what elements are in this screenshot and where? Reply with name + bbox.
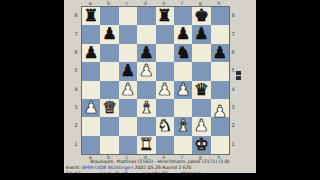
black-pawn-d6: ♟ <box>139 44 154 62</box>
square-f3 <box>174 99 192 117</box>
square-c1 <box>119 136 137 154</box>
square-g5 <box>192 62 210 80</box>
square-h1 <box>211 136 229 154</box>
square-f5 <box>174 62 192 80</box>
square-c7 <box>119 25 137 43</box>
square-b2 <box>100 117 118 135</box>
square-b7: ♟ <box>100 25 118 43</box>
move-line: 64. h3 next: e8..g8 Length: 87 Material:… <box>64 172 256 177</box>
square-c3 <box>119 99 137 117</box>
rank-label-8: 8 <box>230 6 236 24</box>
rank-label-8: 8 <box>73 6 79 24</box>
square-a1 <box>82 136 100 154</box>
square-f8 <box>174 7 192 25</box>
white-rook-d1: ♜ <box>139 136 154 154</box>
rank-labels-left: 87654321 <box>73 6 79 153</box>
square-d6: ♟ <box>137 44 155 62</box>
square-a6: ♟ <box>82 44 100 62</box>
square-h6: ♟ <box>211 44 229 62</box>
black-pawn-b7: ♟ <box>102 25 117 43</box>
square-e1 <box>156 136 174 154</box>
square-a4 <box>82 81 100 99</box>
square-a5 <box>82 62 100 80</box>
watermark-block-icon <box>236 76 241 80</box>
rank-label-7: 7 <box>73 24 79 42</box>
square-g8: ♚ <box>192 7 210 25</box>
next-move: next: e8..g8 <box>100 172 128 177</box>
square-e4: ♟ <box>156 81 174 99</box>
rank-label-1: 1 <box>73 135 79 153</box>
rank-label-1: 1 <box>230 135 236 153</box>
rank-label-4: 4 <box>73 80 79 98</box>
square-g6 <box>192 44 210 62</box>
square-d7 <box>137 25 155 43</box>
black-king-g8: ♚ <box>194 7 209 25</box>
square-g7: ♟ <box>192 25 210 43</box>
black-queen-g4: ♛ <box>194 81 209 99</box>
black-pawn-f7: ♟ <box>176 25 191 43</box>
watermark-block-icon <box>236 71 241 75</box>
square-c2 <box>119 117 137 135</box>
square-h3: ♟ <box>211 99 229 117</box>
square-b5 <box>100 62 118 80</box>
black-pawn-h6: ♟ <box>212 44 227 62</box>
material-balance: Material: = <box>181 172 207 177</box>
rank-label-2: 2 <box>230 116 236 134</box>
rank-label-3: 3 <box>73 98 79 116</box>
caption-area: Blaubaum, Matthias (2162) - Hirschmann, … <box>64 159 256 177</box>
square-d3: ♝ <box>137 99 155 117</box>
white-pawn-f4: ♟ <box>176 81 191 99</box>
right-edge-watermark <box>236 71 242 83</box>
square-h5 <box>211 62 229 80</box>
square-e6 <box>156 44 174 62</box>
square-a3: ♟ <box>82 99 100 117</box>
white-pawn-e4: ♟ <box>157 81 172 99</box>
chess-board: ♜♜♚♟♟♟♟♟♞♟♟♟♟♟♟♛♟♛♝♟♞♝♟♜♚ <box>81 6 230 155</box>
square-b8 <box>100 7 118 25</box>
black-rook-e8: ♜ <box>157 7 172 25</box>
square-e8: ♜ <box>156 7 174 25</box>
square-b1 <box>100 136 118 154</box>
white-pawn-c4: ♟ <box>121 81 136 99</box>
square-e7 <box>156 25 174 43</box>
rank-label-3: 3 <box>230 98 236 116</box>
square-h4 <box>211 81 229 99</box>
square-c4: ♟ <box>119 81 137 99</box>
black-rook-a8: ♜ <box>84 7 99 25</box>
event-details: 2007.05.26 Round 2 E20 <box>135 165 192 170</box>
square-h8 <box>211 7 229 25</box>
rank-label-6: 6 <box>230 43 236 61</box>
white-bishop-f2: ♝ <box>176 117 191 135</box>
square-d4 <box>137 81 155 99</box>
event-name: BMM-LV08 Württingen <box>82 165 133 170</box>
white-queen-b3: ♛ <box>102 99 117 117</box>
square-b3: ♛ <box>100 99 118 117</box>
video-frame: abcdefgh abcdefgh 87654321 87654321 ♜♜♚♟… <box>0 0 320 180</box>
square-f2: ♝ <box>174 117 192 135</box>
square-c6 <box>119 44 137 62</box>
square-g4: ♛ <box>192 81 210 99</box>
rank-label-2: 2 <box>73 116 79 134</box>
rank-label-7: 7 <box>230 24 236 42</box>
white-pawn-a3: ♟ <box>84 99 99 117</box>
square-f4: ♟ <box>174 81 192 99</box>
white-pawn-g2: ♟ <box>194 117 209 135</box>
white-knight-e2: ♞ <box>157 117 172 135</box>
white-bishop-d3: ♝ <box>139 99 154 117</box>
square-d8 <box>137 7 155 25</box>
square-h7 <box>211 25 229 43</box>
square-f1 <box>174 136 192 154</box>
letterbox-left <box>0 0 64 180</box>
square-g3 <box>192 99 210 117</box>
square-g1: ♚ <box>192 136 210 154</box>
rank-label-6: 6 <box>73 43 79 61</box>
letterbox-right <box>256 0 320 180</box>
black-pawn-a6: ♟ <box>84 44 99 62</box>
square-a8: ♜ <box>82 7 100 25</box>
event-label: Event: <box>66 165 81 170</box>
square-b4 <box>100 81 118 99</box>
chess-panel: abcdefgh abcdefgh 87654321 87654321 ♜♜♚♟… <box>64 0 256 173</box>
black-knight-f6: ♞ <box>176 44 191 62</box>
black-pawn-g7: ♟ <box>194 25 209 43</box>
square-e2: ♞ <box>156 117 174 135</box>
black-pawn-c5: ♟ <box>121 62 136 80</box>
white-pawn-h3: ♟ <box>212 103 227 121</box>
square-c5: ♟ <box>119 62 137 80</box>
square-c8 <box>119 7 137 25</box>
square-f6: ♞ <box>174 44 192 62</box>
square-d2 <box>137 117 155 135</box>
square-e3 <box>156 99 174 117</box>
square-a7 <box>82 25 100 43</box>
white-pawn-d5: ♟ <box>139 62 154 80</box>
square-a2 <box>82 117 100 135</box>
rank-label-5: 5 <box>73 61 79 79</box>
game-length: Length: 87 <box>143 172 168 177</box>
square-d5: ♟ <box>137 62 155 80</box>
square-g2: ♟ <box>192 117 210 135</box>
square-e5 <box>156 62 174 80</box>
event-line: Event: BMM-LV08 Württingen 2007.05.26 Ro… <box>64 166 256 171</box>
white-king-g1: ♚ <box>194 136 209 154</box>
move-played: 64. h3 <box>66 172 81 177</box>
square-f7: ♟ <box>174 25 192 43</box>
square-d1: ♜ <box>137 136 155 154</box>
square-b6 <box>100 44 118 62</box>
